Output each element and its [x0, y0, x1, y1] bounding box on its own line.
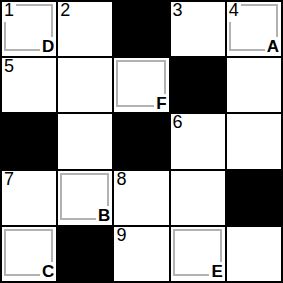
block-cell-r1c3: [171, 58, 225, 112]
cell-r3c3[interactable]: [171, 171, 225, 225]
block-cell-r2c0: [2, 114, 56, 168]
block-cell-r3c4: [227, 171, 281, 225]
clue-number: 2: [60, 2, 72, 22]
clue-number: 3: [173, 2, 185, 22]
cell-r4c4[interactable]: [227, 227, 281, 281]
cell-r1c0[interactable]: 5: [2, 58, 56, 112]
block-cell-r4c1: [58, 227, 112, 281]
cell-r0c0[interactable]: D1: [2, 2, 56, 56]
clue-number: 1: [4, 2, 16, 22]
cell-r1c4[interactable]: [227, 58, 281, 112]
cell-r0c3[interactable]: 3: [171, 2, 225, 56]
cell-r3c0[interactable]: 7: [2, 171, 56, 225]
letter-label: F: [154, 94, 166, 113]
cell-r4c0[interactable]: C: [2, 227, 56, 281]
clue-number: 9: [116, 227, 128, 247]
clue-number: 6: [173, 114, 185, 134]
clue-number: 8: [116, 171, 128, 191]
cell-r4c2[interactable]: 9: [114, 227, 168, 281]
letter-label: A: [265, 37, 279, 56]
clue-number: 7: [4, 171, 16, 191]
cell-r4c3[interactable]: E: [171, 227, 225, 281]
letter-label: E: [209, 262, 222, 281]
clue-number: 4: [229, 2, 241, 22]
block-cell-r0c2: [114, 2, 168, 56]
cell-r0c4[interactable]: A4: [227, 2, 281, 56]
letter-label: B: [96, 206, 110, 225]
cell-r1c2[interactable]: F: [114, 58, 168, 112]
cell-r0c1[interactable]: 2: [58, 2, 112, 56]
clue-number: 5: [4, 58, 16, 78]
letter-label: C: [40, 262, 54, 281]
cell-r1c1[interactable]: [58, 58, 112, 112]
cell-r2c4[interactable]: [227, 114, 281, 168]
cell-r2c3[interactable]: 6: [171, 114, 225, 168]
cell-r3c1[interactable]: B: [58, 171, 112, 225]
block-cell-r2c2: [114, 114, 168, 168]
crossword-board: D123A45F67B8C9E: [0, 0, 283, 283]
cell-r2c1[interactable]: [58, 114, 112, 168]
cell-r3c2[interactable]: 8: [114, 171, 168, 225]
letter-label: D: [40, 37, 54, 56]
